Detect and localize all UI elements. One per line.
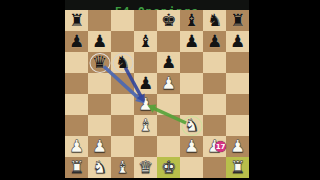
square-d2[interactable] bbox=[134, 136, 157, 157]
square-b3[interactable] bbox=[88, 115, 111, 136]
annotation-circle-f3 bbox=[181, 116, 202, 136]
black-knight-g8[interactable]: ♞ bbox=[203, 10, 226, 31]
black-pawn-g7[interactable]: ♟ bbox=[203, 31, 226, 52]
square-h1[interactable]: ♜ bbox=[226, 157, 249, 178]
title-bar: E4 Openings bbox=[65, 0, 249, 10]
square-d5[interactable]: ♟ bbox=[134, 73, 157, 94]
black-pawn-a7[interactable]: ♟ bbox=[65, 31, 88, 52]
square-g8[interactable]: ♞ bbox=[203, 10, 226, 31]
square-e7[interactable] bbox=[157, 31, 180, 52]
square-d4[interactable]: ♟ bbox=[134, 94, 157, 115]
annotation-circle-c6 bbox=[112, 53, 133, 73]
square-a2[interactable]: ♟ bbox=[65, 136, 88, 157]
white-pawn-e5[interactable]: ♟ bbox=[157, 73, 180, 94]
black-pawn-e6[interactable]: ♟ bbox=[157, 52, 180, 73]
square-b2[interactable]: ♟ bbox=[88, 136, 111, 157]
black-king-e8[interactable]: ♚ bbox=[157, 10, 180, 31]
square-c2[interactable] bbox=[111, 136, 134, 157]
square-f7[interactable]: ♟ bbox=[180, 31, 203, 52]
square-a4[interactable] bbox=[65, 94, 88, 115]
square-f8[interactable]: ♝ bbox=[180, 10, 203, 31]
black-pawn-b7[interactable]: ♟ bbox=[88, 31, 111, 52]
white-pawn-h2[interactable]: ♟ bbox=[226, 136, 249, 157]
square-h7[interactable]: ♟ bbox=[226, 31, 249, 52]
square-e8[interactable]: ♚ bbox=[157, 10, 180, 31]
black-pawn-d5[interactable]: ♟ bbox=[134, 73, 157, 94]
square-c7[interactable] bbox=[111, 31, 134, 52]
square-h3[interactable] bbox=[226, 115, 249, 136]
white-pawn-a2[interactable]: ♟ bbox=[65, 136, 88, 157]
square-d7[interactable]: ♝ bbox=[134, 31, 157, 52]
white-bishop-d3[interactable]: ♝ bbox=[134, 115, 157, 136]
square-c6[interactable]: ♞ bbox=[111, 52, 134, 73]
square-b8[interactable] bbox=[88, 10, 111, 31]
square-b1[interactable]: ♞ bbox=[88, 157, 111, 178]
square-b4[interactable] bbox=[88, 94, 111, 115]
white-pawn-b2[interactable]: ♟ bbox=[88, 136, 111, 157]
square-d6[interactable] bbox=[134, 52, 157, 73]
black-bishop-d7[interactable]: ♝ bbox=[134, 31, 157, 52]
square-g6[interactable] bbox=[203, 52, 226, 73]
square-c8[interactable] bbox=[111, 10, 134, 31]
square-f2[interactable]: ♟ bbox=[180, 136, 203, 157]
square-a7[interactable]: ♟ bbox=[65, 31, 88, 52]
square-c4[interactable] bbox=[111, 94, 134, 115]
square-g7[interactable]: ♟ bbox=[203, 31, 226, 52]
square-g4[interactable] bbox=[203, 94, 226, 115]
square-h8[interactable]: ♜ bbox=[226, 10, 249, 31]
black-pawn-f7[interactable]: ♟ bbox=[180, 31, 203, 52]
square-f5[interactable] bbox=[180, 73, 203, 94]
white-rook-h1[interactable]: ♜ bbox=[226, 157, 249, 178]
square-f3[interactable]: ♞ bbox=[180, 115, 203, 136]
square-e1[interactable]: ♚ bbox=[157, 157, 180, 178]
square-c5[interactable] bbox=[111, 73, 134, 94]
white-pawn-f2[interactable]: ♟ bbox=[180, 136, 203, 157]
square-h5[interactable] bbox=[226, 73, 249, 94]
square-e6[interactable]: ♟ bbox=[157, 52, 180, 73]
square-f6[interactable] bbox=[180, 52, 203, 73]
chess-board[interactable]: ♜♚♝♞♜♟♟♝♟♟♟♛♞♟♟♟♟♝♞♟♟♟♟♟♜♞♝♛♚♜17 bbox=[65, 10, 249, 178]
square-a5[interactable] bbox=[65, 73, 88, 94]
square-e4[interactable] bbox=[157, 94, 180, 115]
white-pawn-d4[interactable]: ♟ bbox=[134, 94, 157, 115]
square-b6[interactable]: ♛ bbox=[88, 52, 111, 73]
black-rook-a8[interactable]: ♜ bbox=[65, 10, 88, 31]
square-a8[interactable]: ♜ bbox=[65, 10, 88, 31]
white-knight-b1[interactable]: ♞ bbox=[88, 157, 111, 178]
square-g5[interactable] bbox=[203, 73, 226, 94]
square-f1[interactable] bbox=[180, 157, 203, 178]
square-c1[interactable]: ♝ bbox=[111, 157, 134, 178]
square-h2[interactable]: ♟ bbox=[226, 136, 249, 157]
square-c3[interactable] bbox=[111, 115, 134, 136]
square-b7[interactable]: ♟ bbox=[88, 31, 111, 52]
square-b5[interactable] bbox=[88, 73, 111, 94]
square-g3[interactable] bbox=[203, 115, 226, 136]
square-g1[interactable] bbox=[203, 157, 226, 178]
square-e2[interactable] bbox=[157, 136, 180, 157]
annotation-circle-b6 bbox=[89, 53, 110, 73]
square-d1[interactable]: ♛ bbox=[134, 157, 157, 178]
white-king-e1[interactable]: ♚ bbox=[157, 157, 180, 178]
square-d8[interactable] bbox=[134, 10, 157, 31]
white-rook-a1[interactable]: ♜ bbox=[65, 157, 88, 178]
square-a3[interactable] bbox=[65, 115, 88, 136]
square-e5[interactable]: ♟ bbox=[157, 73, 180, 94]
square-a6[interactable] bbox=[65, 52, 88, 73]
square-e3[interactable] bbox=[157, 115, 180, 136]
black-pawn-h7[interactable]: ♟ bbox=[226, 31, 249, 52]
black-bishop-f8[interactable]: ♝ bbox=[180, 10, 203, 31]
black-rook-h8[interactable]: ♜ bbox=[226, 10, 249, 31]
move-badge: 17 bbox=[215, 141, 226, 152]
square-h4[interactable] bbox=[226, 94, 249, 115]
square-d3[interactable]: ♝ bbox=[134, 115, 157, 136]
square-h6[interactable] bbox=[226, 52, 249, 73]
white-bishop-c1[interactable]: ♝ bbox=[111, 157, 134, 178]
white-queen-d1[interactable]: ♛ bbox=[134, 157, 157, 178]
square-a1[interactable]: ♜ bbox=[65, 157, 88, 178]
video-title: E4 Openings bbox=[115, 5, 199, 10]
square-f4[interactable] bbox=[180, 94, 203, 115]
